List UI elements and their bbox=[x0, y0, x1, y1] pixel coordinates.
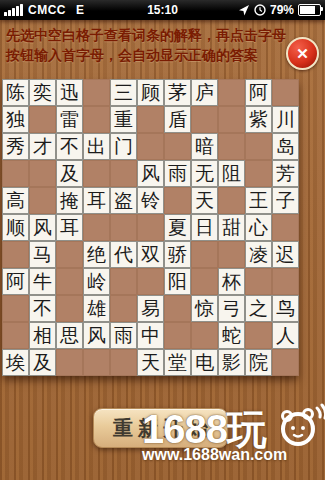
blocked-cell bbox=[218, 241, 245, 268]
letter-cell[interactable]: 雷 bbox=[56, 106, 83, 133]
blocked-cell bbox=[218, 133, 245, 160]
letter-cell[interactable]: 夏 bbox=[164, 214, 191, 241]
letter-cell[interactable]: 陈 bbox=[2, 79, 29, 106]
letter-cell[interactable]: 门 bbox=[110, 133, 137, 160]
letter-cell[interactable]: 掩 bbox=[56, 187, 83, 214]
blocked-cell bbox=[245, 268, 272, 295]
blocked-cell bbox=[191, 322, 218, 349]
letter-cell[interactable]: 风 bbox=[83, 322, 110, 349]
letter-cell[interactable]: 阳 bbox=[164, 268, 191, 295]
letter-cell[interactable]: 顺 bbox=[2, 214, 29, 241]
letter-cell[interactable]: 才 bbox=[29, 133, 56, 160]
blocked-cell bbox=[83, 79, 110, 106]
letter-cell[interactable]: 不 bbox=[29, 295, 56, 322]
letter-cell[interactable]: 鸟 bbox=[272, 295, 299, 322]
blocked-cell bbox=[29, 187, 56, 214]
blocked-cell bbox=[218, 106, 245, 133]
letter-cell[interactable]: 及 bbox=[29, 349, 56, 376]
blocked-cell bbox=[2, 160, 29, 187]
blocked-cell bbox=[191, 268, 218, 295]
letter-cell[interactable]: 独 bbox=[2, 106, 29, 133]
letter-cell[interactable]: 风 bbox=[137, 160, 164, 187]
letter-cell[interactable]: 阿 bbox=[2, 268, 29, 295]
letter-cell[interactable]: 三 bbox=[110, 79, 137, 106]
blocked-cell bbox=[272, 268, 299, 295]
letter-cell[interactable]: 耳 bbox=[56, 214, 83, 241]
letter-cell[interactable]: 及 bbox=[56, 160, 83, 187]
location-arrow-icon bbox=[238, 4, 250, 16]
letter-cell[interactable]: 无 bbox=[191, 160, 218, 187]
battery-icon bbox=[298, 4, 321, 16]
blocked-cell bbox=[218, 79, 245, 106]
blocked-cell bbox=[29, 160, 56, 187]
letter-cell[interactable]: 奕 bbox=[29, 79, 56, 106]
letter-cell[interactable]: 堂 bbox=[164, 349, 191, 376]
blocked-cell bbox=[245, 133, 272, 160]
letter-cell[interactable]: 王 bbox=[245, 187, 272, 214]
blocked-cell bbox=[110, 214, 137, 241]
blocked-cell bbox=[164, 295, 191, 322]
letter-cell[interactable]: 顾 bbox=[137, 79, 164, 106]
letter-cell[interactable]: 风 bbox=[29, 214, 56, 241]
blocked-cell bbox=[164, 133, 191, 160]
letter-cell[interactable]: 盗 bbox=[110, 187, 137, 214]
letter-cell[interactable]: 迟 bbox=[272, 241, 299, 268]
letter-cell[interactable]: 雨 bbox=[164, 160, 191, 187]
letter-cell[interactable]: 紫 bbox=[245, 106, 272, 133]
letter-cell[interactable]: 耳 bbox=[83, 187, 110, 214]
blocked-cell bbox=[83, 106, 110, 133]
letter-cell[interactable]: 人 bbox=[272, 322, 299, 349]
letter-cell[interactable]: 天 bbox=[191, 187, 218, 214]
blocked-cell bbox=[164, 322, 191, 349]
blocked-cell bbox=[83, 349, 110, 376]
letter-cell[interactable]: 思 bbox=[56, 322, 83, 349]
letter-cell[interactable]: 心 bbox=[245, 214, 272, 241]
crossword-board: 陈奕迅三顾茅庐阿独雷重盾紫川秀才不出门暗岛及风雨无阻芳高掩耳盗铃天王子顺风耳夏日… bbox=[2, 79, 299, 376]
letter-cell[interactable]: 蛇 bbox=[218, 322, 245, 349]
watermark-url: www.1688wan.com bbox=[142, 446, 287, 464]
blocked-cell bbox=[110, 268, 137, 295]
letter-cell[interactable]: 弓 bbox=[218, 295, 245, 322]
blocked-cell bbox=[137, 133, 164, 160]
blocked-cell bbox=[272, 349, 299, 376]
instructions-line2: 按钮输入首字母，会自动显示正确的答案 bbox=[6, 45, 306, 65]
blocked-cell bbox=[110, 295, 137, 322]
blocked-cell bbox=[191, 241, 218, 268]
instructions-line1: 先选中空白格子查看词条的解释，再点击字母 bbox=[6, 25, 306, 45]
letter-cell[interactable]: 岛 bbox=[272, 133, 299, 160]
alarm-clock-icon bbox=[254, 4, 266, 16]
letter-cell[interactable]: 中 bbox=[137, 322, 164, 349]
app-screen: CMCC E 15:10 79% 先选中空白格子查看词条的解释，再点击字母 按钮… bbox=[0, 0, 325, 480]
letter-cell[interactable]: 杯 bbox=[218, 268, 245, 295]
letter-cell[interactable]: 马 bbox=[29, 241, 56, 268]
letter-cell[interactable]: 惊 bbox=[191, 295, 218, 322]
blocked-cell bbox=[56, 295, 83, 322]
blocked-cell bbox=[137, 106, 164, 133]
letter-cell[interactable]: 铃 bbox=[137, 187, 164, 214]
letter-cell[interactable]: 埃 bbox=[2, 349, 29, 376]
blocked-cell bbox=[56, 349, 83, 376]
letter-cell[interactable]: 雨 bbox=[110, 322, 137, 349]
letter-cell[interactable]: 迅 bbox=[56, 79, 83, 106]
letter-cell[interactable]: 日 bbox=[191, 214, 218, 241]
restart-button[interactable]: 重新开始 bbox=[93, 408, 228, 448]
blocked-cell bbox=[137, 214, 164, 241]
letter-cell[interactable]: 相 bbox=[29, 322, 56, 349]
blocked-cell bbox=[56, 268, 83, 295]
letter-cell[interactable]: 雄 bbox=[83, 295, 110, 322]
blocked-cell bbox=[137, 268, 164, 295]
letter-cell[interactable]: 不 bbox=[56, 133, 83, 160]
blocked-cell bbox=[272, 79, 299, 106]
letter-cell[interactable]: 双 bbox=[137, 241, 164, 268]
letter-cell[interactable]: 院 bbox=[245, 349, 272, 376]
status-bar: CMCC E 15:10 79% bbox=[0, 0, 325, 20]
blocked-cell bbox=[2, 322, 29, 349]
letter-cell[interactable]: 芳 bbox=[272, 160, 299, 187]
restart-button-label: 重新开始 bbox=[108, 415, 213, 442]
letter-cell[interactable]: 牛 bbox=[29, 268, 56, 295]
blocked-cell bbox=[83, 160, 110, 187]
letter-cell[interactable]: 之 bbox=[245, 295, 272, 322]
blocked-cell bbox=[110, 160, 137, 187]
letter-cell[interactable]: 电 bbox=[191, 349, 218, 376]
letter-cell[interactable]: 川 bbox=[272, 106, 299, 133]
instructions-text: 先选中空白格子查看词条的解释，再点击字母 按钮输入首字母，会自动显示正确的答案 bbox=[6, 25, 306, 65]
letter-cell[interactable]: 出 bbox=[83, 133, 110, 160]
blocked-cell bbox=[2, 295, 29, 322]
blocked-cell bbox=[83, 214, 110, 241]
battery-percent-label: 79% bbox=[270, 3, 294, 17]
letter-cell[interactable]: 代 bbox=[110, 241, 137, 268]
blocked-cell bbox=[110, 349, 137, 376]
letter-cell[interactable]: 绝 bbox=[83, 241, 110, 268]
letter-cell[interactable]: 凌 bbox=[245, 241, 272, 268]
letter-cell[interactable]: 岭 bbox=[83, 268, 110, 295]
letter-cell[interactable]: 易 bbox=[137, 295, 164, 322]
letter-cell[interactable]: 影 bbox=[218, 349, 245, 376]
blocked-cell bbox=[56, 241, 83, 268]
blocked-cell bbox=[164, 187, 191, 214]
close-hint-button[interactable]: ✕ bbox=[286, 37, 319, 70]
letter-cell[interactable]: 重 bbox=[110, 106, 137, 133]
mascot-face-icon bbox=[275, 400, 325, 452]
letter-cell[interactable]: 高 bbox=[2, 187, 29, 214]
blocked-cell bbox=[2, 241, 29, 268]
letter-cell[interactable]: 阻 bbox=[218, 160, 245, 187]
letter-cell[interactable]: 暗 bbox=[191, 133, 218, 160]
letter-cell[interactable]: 甜 bbox=[218, 214, 245, 241]
close-icon: ✕ bbox=[296, 45, 309, 62]
letter-cell[interactable]: 骄 bbox=[164, 241, 191, 268]
letter-cell[interactable]: 盾 bbox=[164, 106, 191, 133]
blocked-cell bbox=[245, 160, 272, 187]
letter-cell[interactable]: 子 bbox=[272, 187, 299, 214]
blocked-cell bbox=[245, 322, 272, 349]
blocked-cell bbox=[272, 214, 299, 241]
letter-cell[interactable]: 阿 bbox=[245, 79, 272, 106]
blocked-cell bbox=[29, 106, 56, 133]
letter-cell[interactable]: 茅 bbox=[164, 79, 191, 106]
blocked-cell bbox=[191, 106, 218, 133]
letter-cell[interactable]: 庐 bbox=[191, 79, 218, 106]
blocked-cell bbox=[218, 187, 245, 214]
letter-cell[interactable]: 天 bbox=[137, 349, 164, 376]
letter-cell[interactable]: 秀 bbox=[2, 133, 29, 160]
